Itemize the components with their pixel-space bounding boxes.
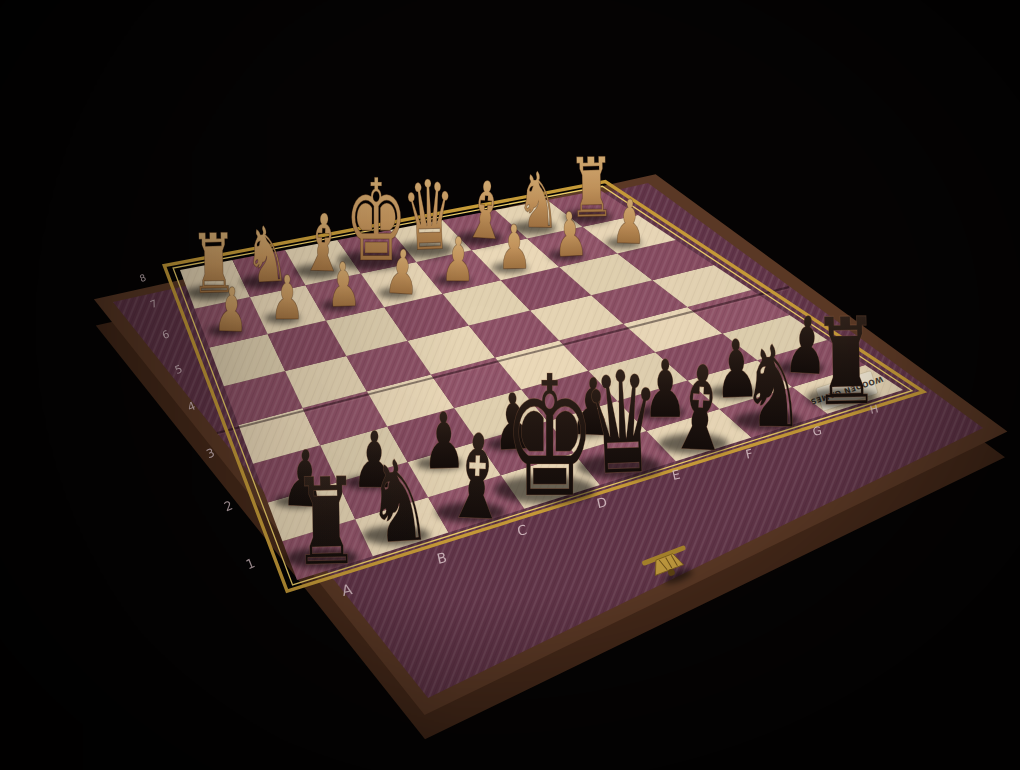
vignette-overlay [0,0,1020,770]
chessboard-photo: WOODEN GAMESABCDEFGH12345678♜♞♝♟♛♟♚♟♝♟♞♜… [0,0,1020,770]
chess-photo-stage: Angled photo of a folding wooden chess b… [0,0,1020,770]
